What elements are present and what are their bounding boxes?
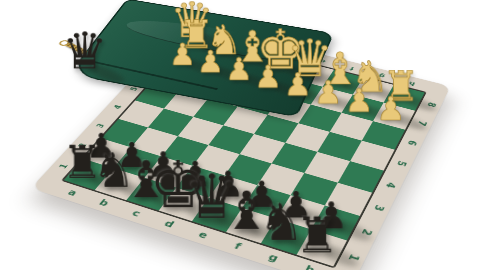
piece-yellow-pawn: ♟ (284, 72, 312, 98)
chess-set-photo: abcdefgh abcdefgh 87654321 87654321 ♛♛♜♞… (0, 0, 500, 270)
piece-black-queen: ♛ (62, 31, 108, 73)
piece-yellow-pawn: ♟ (254, 64, 282, 90)
piece-black-rook: ♜ (295, 215, 339, 256)
piece-yellow-pawn: ♟ (345, 87, 374, 113)
chessboard: abcdefgh abcdefgh 87654321 87654321 ♛♛♜♞… (31, 21, 451, 270)
piece-yellow-pawn: ♟ (197, 49, 224, 74)
scene: abcdefgh abcdefgh 87654321 87654321 ♛♛♜♞… (0, 0, 500, 270)
piece-yellow-pawn: ♟ (225, 56, 253, 81)
piece-yellow-pawn: ♟ (314, 79, 343, 105)
piece-yellow-pawn: ♟ (376, 95, 405, 122)
